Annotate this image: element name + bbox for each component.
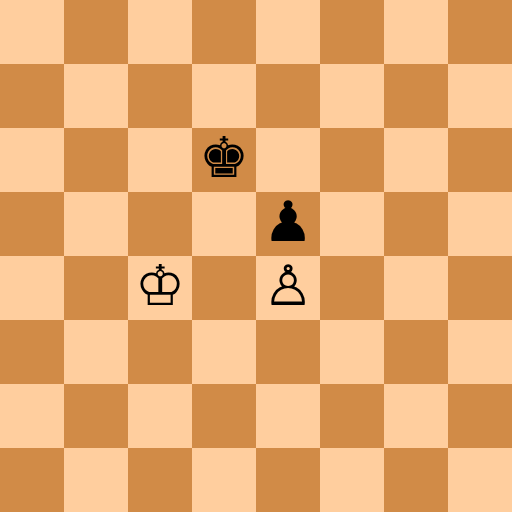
- square-h8[interactable]: [448, 0, 512, 64]
- square-f8[interactable]: [320, 0, 384, 64]
- square-d6[interactable]: ♚: [192, 128, 256, 192]
- square-f6[interactable]: [320, 128, 384, 192]
- square-a8[interactable]: [0, 0, 64, 64]
- square-a4[interactable]: [0, 256, 64, 320]
- square-b2[interactable]: [64, 384, 128, 448]
- piece-white-king: ♔: [135, 254, 185, 318]
- square-c4[interactable]: ♔: [128, 256, 192, 320]
- square-f1[interactable]: [320, 448, 384, 512]
- square-b7[interactable]: [64, 64, 128, 128]
- square-d7[interactable]: [192, 64, 256, 128]
- piece-black-pawn: ♟: [263, 190, 313, 254]
- square-f7[interactable]: [320, 64, 384, 128]
- square-c3[interactable]: [128, 320, 192, 384]
- square-c7[interactable]: [128, 64, 192, 128]
- square-c8[interactable]: [128, 0, 192, 64]
- square-a1[interactable]: [0, 448, 64, 512]
- square-a5[interactable]: [0, 192, 64, 256]
- square-a3[interactable]: [0, 320, 64, 384]
- square-c5[interactable]: [128, 192, 192, 256]
- square-d2[interactable]: [192, 384, 256, 448]
- square-g5[interactable]: [384, 192, 448, 256]
- square-e8[interactable]: [256, 0, 320, 64]
- square-c1[interactable]: [128, 448, 192, 512]
- square-g1[interactable]: [384, 448, 448, 512]
- square-e2[interactable]: [256, 384, 320, 448]
- square-e3[interactable]: [256, 320, 320, 384]
- square-g3[interactable]: [384, 320, 448, 384]
- square-e4[interactable]: ♙: [256, 256, 320, 320]
- square-b6[interactable]: [64, 128, 128, 192]
- square-e7[interactable]: [256, 64, 320, 128]
- square-g2[interactable]: [384, 384, 448, 448]
- square-h6[interactable]: [448, 128, 512, 192]
- square-h7[interactable]: [448, 64, 512, 128]
- square-h4[interactable]: [448, 256, 512, 320]
- square-c6[interactable]: [128, 128, 192, 192]
- square-d1[interactable]: [192, 448, 256, 512]
- square-g6[interactable]: [384, 128, 448, 192]
- piece-white-pawn: ♙: [263, 254, 313, 318]
- square-a2[interactable]: [0, 384, 64, 448]
- square-c2[interactable]: [128, 384, 192, 448]
- square-b1[interactable]: [64, 448, 128, 512]
- square-d3[interactable]: [192, 320, 256, 384]
- square-b3[interactable]: [64, 320, 128, 384]
- square-h3[interactable]: [448, 320, 512, 384]
- square-d5[interactable]: [192, 192, 256, 256]
- square-b8[interactable]: [64, 0, 128, 64]
- square-a7[interactable]: [0, 64, 64, 128]
- square-f3[interactable]: [320, 320, 384, 384]
- square-d4[interactable]: [192, 256, 256, 320]
- square-g4[interactable]: [384, 256, 448, 320]
- square-h1[interactable]: [448, 448, 512, 512]
- square-b4[interactable]: [64, 256, 128, 320]
- square-f4[interactable]: [320, 256, 384, 320]
- square-e6[interactable]: [256, 128, 320, 192]
- square-f5[interactable]: [320, 192, 384, 256]
- square-g8[interactable]: [384, 0, 448, 64]
- square-d8[interactable]: [192, 0, 256, 64]
- square-g7[interactable]: [384, 64, 448, 128]
- piece-black-king: ♚: [199, 126, 249, 190]
- square-h5[interactable]: [448, 192, 512, 256]
- square-a6[interactable]: [0, 128, 64, 192]
- square-b5[interactable]: [64, 192, 128, 256]
- chess-board: ♚♟♔♙: [0, 0, 512, 512]
- square-e1[interactable]: [256, 448, 320, 512]
- square-e5[interactable]: ♟: [256, 192, 320, 256]
- square-f2[interactable]: [320, 384, 384, 448]
- square-h2[interactable]: [448, 384, 512, 448]
